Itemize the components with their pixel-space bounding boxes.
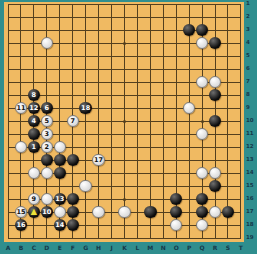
move-number: 9 — [32, 196, 37, 203]
stone-black-C8[interactable]: 8 — [28, 89, 40, 101]
row-label-4: 4 — [246, 40, 256, 46]
stone-white-H17[interactable] — [92, 206, 104, 218]
stone-black-S17[interactable] — [222, 206, 234, 218]
row-label-3: 3 — [246, 27, 256, 33]
move-number: 16 — [16, 222, 25, 229]
column-label-J: J — [107, 245, 117, 251]
stone-white-R17[interactable] — [209, 206, 221, 218]
stone-black-E14[interactable] — [54, 167, 66, 179]
move-number: 5 — [45, 118, 50, 125]
stone-white-D14[interactable] — [41, 167, 53, 179]
stone-white-B17[interactable]: 15 — [15, 206, 27, 218]
stone-black-F16[interactable] — [67, 193, 79, 205]
stone-black-R10[interactable] — [209, 115, 221, 127]
row-label-10: 10 — [246, 118, 256, 124]
stone-black-R8[interactable] — [209, 89, 221, 101]
row-label-5: 5 — [246, 53, 256, 59]
stone-white-D4[interactable] — [41, 37, 53, 49]
move-number: 10 — [42, 209, 51, 216]
column-label-H: H — [94, 245, 104, 251]
stone-black-C9[interactable]: 12 — [28, 102, 40, 114]
stone-white-D11[interactable]: 3 — [41, 128, 53, 140]
move-number: 7 — [70, 118, 75, 125]
go-diagram-window: 8126184113▲10161411573217915 ABCDEFGHJKL… — [0, 0, 257, 254]
stone-black-E18[interactable]: 14 — [54, 219, 66, 231]
stone-black-M17[interactable] — [144, 206, 156, 218]
move-number: 8 — [32, 92, 37, 99]
stone-black-F13[interactable] — [67, 154, 79, 166]
stone-white-R7[interactable] — [209, 76, 221, 88]
stone-black-D13[interactable] — [41, 154, 53, 166]
move-number: 15 — [16, 209, 25, 216]
stone-black-R15[interactable] — [209, 180, 221, 192]
stone-white-D10[interactable]: 5 — [41, 115, 53, 127]
stone-white-Q7[interactable] — [196, 76, 208, 88]
stone-black-D9[interactable]: 6 — [41, 102, 53, 114]
row-label-13: 13 — [246, 157, 256, 163]
row-label-18: 18 — [246, 222, 256, 228]
row-label-11: 11 — [246, 131, 256, 137]
row-label-14: 14 — [246, 170, 256, 176]
column-label-R: R — [210, 245, 220, 251]
stone-white-Q4[interactable] — [196, 37, 208, 49]
stone-white-B12[interactable] — [15, 141, 27, 153]
row-label-6: 6 — [246, 66, 256, 72]
row-label-19: 19 — [246, 235, 256, 241]
stone-white-Q18[interactable] — [196, 219, 208, 231]
row-label-1: 1 — [246, 1, 256, 7]
row-label-2: 2 — [246, 14, 256, 20]
row-label-16: 16 — [246, 196, 256, 202]
stone-white-F10[interactable]: 7 — [67, 115, 79, 127]
column-label-L: L — [132, 245, 142, 251]
stone-white-H13[interactable]: 17 — [92, 154, 104, 166]
column-label-S: S — [223, 245, 233, 251]
column-label-Q: Q — [197, 245, 207, 251]
stone-black-Q3[interactable] — [196, 24, 208, 36]
move-number: 1 — [32, 144, 37, 151]
stone-black-R4[interactable] — [209, 37, 221, 49]
column-label-B: B — [16, 245, 26, 251]
stone-black-F18[interactable] — [67, 219, 79, 231]
row-label-12: 12 — [246, 144, 256, 150]
row-label-17: 17 — [246, 209, 256, 215]
stone-white-C16[interactable]: 9 — [28, 193, 40, 205]
stone-white-B9[interactable]: 11 — [15, 102, 27, 114]
stone-white-G15[interactable] — [79, 180, 91, 192]
stone-black-Q17[interactable] — [196, 206, 208, 218]
column-label-M: M — [145, 245, 155, 251]
column-label-C: C — [29, 245, 39, 251]
stone-white-E12[interactable] — [54, 141, 66, 153]
row-label-8: 8 — [246, 92, 256, 98]
stone-white-O18[interactable] — [170, 219, 182, 231]
column-label-G: G — [81, 245, 91, 251]
stone-black-P3[interactable] — [183, 24, 195, 36]
triangle-marker-icon: ▲ — [28, 206, 40, 218]
stone-black-D17[interactable]: 10 — [41, 206, 53, 218]
row-label-9: 9 — [246, 105, 256, 111]
stone-black-C11[interactable] — [28, 128, 40, 140]
stone-white-R14[interactable] — [209, 167, 221, 179]
move-number: 4 — [32, 118, 37, 125]
column-label-P: P — [184, 245, 194, 251]
move-number: 6 — [45, 105, 50, 112]
column-label-N: N — [158, 245, 168, 251]
move-number: 2 — [45, 144, 50, 151]
go-board[interactable]: 8126184113▲10161411573217915 — [4, 2, 244, 242]
stone-black-C17[interactable]: ▲ — [28, 206, 40, 218]
stone-white-D16[interactable] — [41, 193, 53, 205]
stone-black-O16[interactable] — [170, 193, 182, 205]
stone-white-P9[interactable] — [183, 102, 195, 114]
stone-black-E13[interactable] — [54, 154, 66, 166]
stone-black-F17[interactable] — [67, 206, 79, 218]
stone-black-C12[interactable]: 1 — [28, 141, 40, 153]
move-number: 18 — [81, 105, 90, 112]
move-number: 14 — [55, 222, 64, 229]
column-label-K: K — [119, 245, 129, 251]
stone-white-Q11[interactable] — [196, 128, 208, 140]
stone-white-C14[interactable] — [28, 167, 40, 179]
column-label-T: T — [236, 245, 246, 251]
move-number: 13 — [55, 196, 64, 203]
stone-black-Q16[interactable] — [196, 193, 208, 205]
move-number: 12 — [29, 105, 38, 112]
column-label-D: D — [42, 245, 52, 251]
move-number: 11 — [16, 105, 25, 112]
stone-white-E17[interactable] — [54, 206, 66, 218]
move-number: 17 — [94, 157, 103, 164]
stone-white-D12[interactable]: 2 — [41, 141, 53, 153]
row-label-7: 7 — [246, 79, 256, 85]
stone-black-C10[interactable]: 4 — [28, 115, 40, 127]
stone-black-E16[interactable]: 13 — [54, 193, 66, 205]
column-label-O: O — [171, 245, 181, 251]
column-label-A: A — [3, 245, 13, 251]
stone-black-B18[interactable]: 16 — [15, 219, 27, 231]
column-label-F: F — [68, 245, 78, 251]
stone-white-Q14[interactable] — [196, 167, 208, 179]
move-number: 3 — [45, 131, 50, 138]
row-label-15: 15 — [246, 183, 256, 189]
stone-black-O17[interactable] — [170, 206, 182, 218]
stone-black-G9[interactable]: 18 — [79, 102, 91, 114]
column-label-E: E — [55, 245, 65, 251]
stone-white-K17[interactable] — [118, 206, 130, 218]
